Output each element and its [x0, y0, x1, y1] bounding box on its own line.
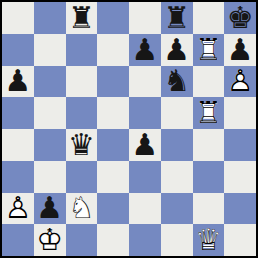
black-pawn-piece[interactable]: ♟	[161, 34, 193, 66]
square-b4[interactable]	[34, 129, 66, 161]
square-c5[interactable]	[66, 97, 98, 129]
square-a6[interactable]: ♟	[2, 66, 34, 98]
square-h8[interactable]: ♚	[224, 2, 256, 34]
square-d7[interactable]	[97, 34, 129, 66]
black-pawn-piece[interactable]: ♟	[2, 66, 34, 98]
square-g8[interactable]	[193, 2, 225, 34]
piece-glyph: ♜	[161, 2, 193, 34]
square-b8[interactable]	[34, 2, 66, 34]
piece-outline-glyph: ♔	[34, 224, 66, 256]
black-pawn-piece[interactable]: ♟	[34, 193, 66, 225]
square-a3[interactable]	[2, 161, 34, 193]
piece-glyph: ♚	[224, 2, 256, 34]
black-pawn-piece[interactable]: ♟	[129, 129, 161, 161]
square-g2[interactable]	[193, 193, 225, 225]
white-king-piece[interactable]: ♚♔	[34, 224, 66, 256]
black-pawn-piece[interactable]: ♟	[224, 34, 256, 66]
square-g5[interactable]: ♜♖	[193, 97, 225, 129]
black-rook-piece[interactable]: ♜	[161, 2, 193, 34]
square-e4[interactable]: ♟	[129, 129, 161, 161]
square-g3[interactable]	[193, 161, 225, 193]
square-a2[interactable]: ♟♙	[2, 193, 34, 225]
square-b1[interactable]: ♚♔	[34, 224, 66, 256]
square-b6[interactable]	[34, 66, 66, 98]
piece-fill-glyph: ♜	[193, 97, 225, 129]
square-e2[interactable]	[129, 193, 161, 225]
square-h5[interactable]	[224, 97, 256, 129]
square-e3[interactable]	[129, 161, 161, 193]
square-g4[interactable]	[193, 129, 225, 161]
piece-glyph: ♟	[224, 34, 256, 66]
square-d2[interactable]	[97, 193, 129, 225]
square-a4[interactable]	[2, 129, 34, 161]
square-b2[interactable]: ♟	[34, 193, 66, 225]
black-knight-piece[interactable]: ♞	[161, 66, 193, 98]
square-f4[interactable]	[161, 129, 193, 161]
piece-glyph: ♟	[2, 66, 34, 98]
square-c3[interactable]	[66, 161, 98, 193]
square-h4[interactable]	[224, 129, 256, 161]
piece-outline-glyph: ♘	[66, 193, 98, 225]
square-a7[interactable]	[2, 34, 34, 66]
piece-fill-glyph: ♜	[193, 34, 225, 66]
square-e8[interactable]	[129, 2, 161, 34]
piece-glyph: ♟	[161, 34, 193, 66]
square-g6[interactable]	[193, 66, 225, 98]
piece-glyph: ♟	[129, 34, 161, 66]
square-h2[interactable]	[224, 193, 256, 225]
square-f5[interactable]	[161, 97, 193, 129]
white-pawn-piece[interactable]: ♟♙	[2, 193, 34, 225]
square-c1[interactable]	[66, 224, 98, 256]
black-rook-piece[interactable]: ♜	[66, 2, 98, 34]
piece-glyph: ♞	[161, 66, 193, 98]
square-b3[interactable]	[34, 161, 66, 193]
piece-outline-glyph: ♕	[193, 224, 225, 256]
square-b7[interactable]	[34, 34, 66, 66]
piece-fill-glyph: ♞	[66, 193, 98, 225]
square-c2[interactable]: ♞♘	[66, 193, 98, 225]
square-d1[interactable]	[97, 224, 129, 256]
square-c6[interactable]	[66, 66, 98, 98]
piece-outline-glyph: ♙	[2, 193, 34, 225]
white-queen-piece[interactable]: ♛♕	[193, 224, 225, 256]
square-a8[interactable]	[2, 2, 34, 34]
white-rook-piece[interactable]: ♜♖	[193, 97, 225, 129]
square-g7[interactable]: ♜♖	[193, 34, 225, 66]
square-b5[interactable]	[34, 97, 66, 129]
square-a5[interactable]	[2, 97, 34, 129]
square-f7[interactable]: ♟	[161, 34, 193, 66]
black-queen-piece[interactable]: ♛	[66, 129, 98, 161]
square-h1[interactable]	[224, 224, 256, 256]
square-d4[interactable]	[97, 129, 129, 161]
square-c8[interactable]: ♜	[66, 2, 98, 34]
piece-outline-glyph: ♙	[224, 66, 256, 98]
square-e1[interactable]	[129, 224, 161, 256]
square-c4[interactable]: ♛	[66, 129, 98, 161]
square-f2[interactable]	[161, 193, 193, 225]
square-d8[interactable]	[97, 2, 129, 34]
black-pawn-piece[interactable]: ♟	[129, 34, 161, 66]
square-g1[interactable]: ♛♕	[193, 224, 225, 256]
white-rook-piece[interactable]: ♜♖	[193, 34, 225, 66]
piece-fill-glyph: ♛	[193, 224, 225, 256]
piece-fill-glyph: ♟	[224, 66, 256, 98]
piece-fill-glyph: ♚	[34, 224, 66, 256]
square-h3[interactable]	[224, 161, 256, 193]
piece-fill-glyph: ♟	[2, 193, 34, 225]
piece-outline-glyph: ♖	[193, 97, 225, 129]
square-d6[interactable]	[97, 66, 129, 98]
square-d3[interactable]	[97, 161, 129, 193]
square-d5[interactable]	[97, 97, 129, 129]
square-f8[interactable]: ♜	[161, 2, 193, 34]
black-king-piece[interactable]: ♚	[224, 2, 256, 34]
square-h7[interactable]: ♟	[224, 34, 256, 66]
square-h6[interactable]: ♟♙	[224, 66, 256, 98]
piece-glyph: ♟	[129, 129, 161, 161]
square-a1[interactable]	[2, 224, 34, 256]
square-f1[interactable]	[161, 224, 193, 256]
piece-glyph: ♜	[66, 2, 98, 34]
white-knight-piece[interactable]: ♞♘	[66, 193, 98, 225]
square-c7[interactable]	[66, 34, 98, 66]
square-e6[interactable]	[129, 66, 161, 98]
piece-glyph: ♛	[66, 129, 98, 161]
square-f3[interactable]	[161, 161, 193, 193]
square-e7[interactable]: ♟	[129, 34, 161, 66]
chess-board: ♜♜♚♟♟♜♖♟♟♞♟♙♜♖♛♟♟♙♟♞♘♚♔♛♕	[0, 0, 258, 258]
piece-outline-glyph: ♖	[193, 34, 225, 66]
square-e5[interactable]	[129, 97, 161, 129]
piece-glyph: ♟	[34, 193, 66, 225]
white-pawn-piece[interactable]: ♟♙	[224, 66, 256, 98]
square-f6[interactable]: ♞	[161, 66, 193, 98]
